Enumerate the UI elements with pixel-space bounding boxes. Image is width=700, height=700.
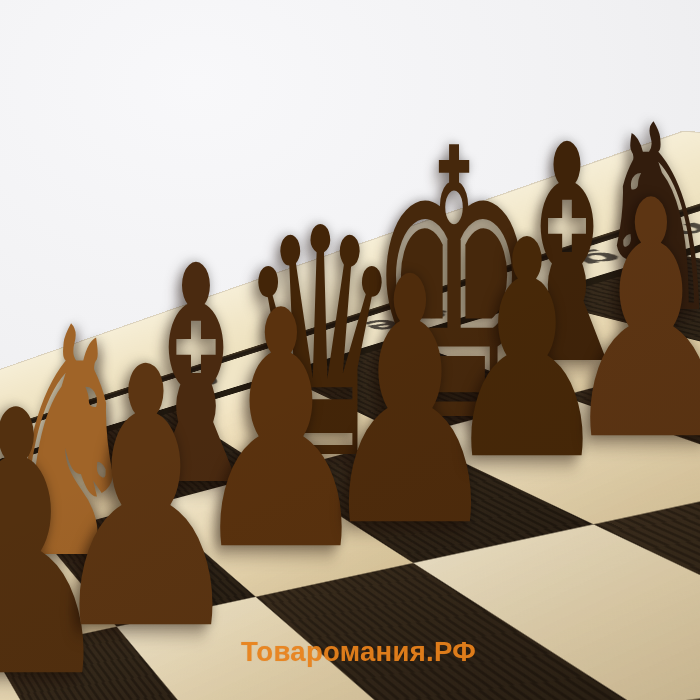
photo-stage: abcdefgh ♞♝♛♚♝♞♟♟♟♟♟♟ Товаромания.РФ (0, 0, 700, 700)
chess-board: abcdefgh (0, 132, 700, 700)
watermark: Товаромания.РФ (241, 636, 476, 668)
